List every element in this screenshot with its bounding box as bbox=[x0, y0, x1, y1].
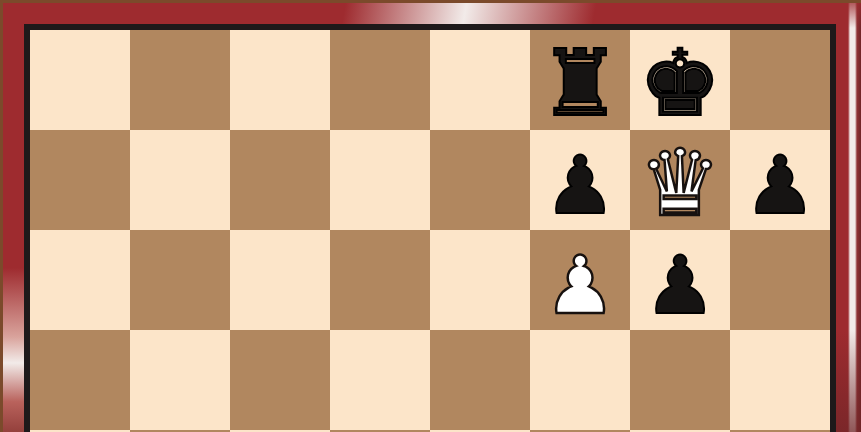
square-a6[interactable] bbox=[30, 230, 130, 330]
square-b6[interactable] bbox=[130, 230, 230, 330]
frame-outer-edge-top bbox=[0, 0, 861, 3]
square-f8[interactable]: ♜ bbox=[530, 30, 630, 130]
square-f5[interactable] bbox=[530, 330, 630, 430]
black-pawn-g6[interactable]: ♟ bbox=[644, 246, 716, 326]
black-pawn-f7[interactable]: ♟ bbox=[544, 146, 616, 226]
square-a7[interactable] bbox=[30, 130, 130, 230]
frame-outer-edge-left bbox=[0, 0, 3, 432]
square-g8[interactable]: ♚ bbox=[630, 30, 730, 130]
square-f7[interactable]: ♟ bbox=[530, 130, 630, 230]
square-f6[interactable]: ♟ bbox=[530, 230, 630, 330]
square-d6[interactable] bbox=[330, 230, 430, 330]
square-g7[interactable]: ♛ bbox=[630, 130, 730, 230]
chess-diagram: ♜♚♟♛♟♟♟ bbox=[0, 0, 861, 432]
square-c5[interactable] bbox=[230, 330, 330, 430]
square-e8[interactable] bbox=[430, 30, 530, 130]
black-pawn-h7[interactable]: ♟ bbox=[744, 146, 816, 226]
square-a8[interactable] bbox=[30, 30, 130, 130]
square-d7[interactable] bbox=[330, 130, 430, 230]
black-king-g8[interactable]: ♚ bbox=[639, 38, 721, 130]
square-e7[interactable] bbox=[430, 130, 530, 230]
frame-top-gloss bbox=[0, 0, 861, 24]
square-c7[interactable] bbox=[230, 130, 330, 230]
square-a5[interactable] bbox=[30, 330, 130, 430]
square-c6[interactable] bbox=[230, 230, 330, 330]
frame-right-gloss bbox=[836, 0, 861, 432]
black-rook-f8[interactable]: ♜ bbox=[539, 38, 621, 130]
square-h5[interactable] bbox=[730, 330, 830, 430]
square-h6[interactable] bbox=[730, 230, 830, 330]
square-b7[interactable] bbox=[130, 130, 230, 230]
square-b5[interactable] bbox=[130, 330, 230, 430]
square-d8[interactable] bbox=[330, 30, 430, 130]
square-h7[interactable]: ♟ bbox=[730, 130, 830, 230]
square-g6[interactable]: ♟ bbox=[630, 230, 730, 330]
frame-left-gloss bbox=[0, 0, 24, 432]
white-queen-g7[interactable]: ♛ bbox=[639, 138, 721, 230]
square-g5[interactable] bbox=[630, 330, 730, 430]
square-b8[interactable] bbox=[130, 30, 230, 130]
square-h8[interactable] bbox=[730, 30, 830, 130]
square-d5[interactable] bbox=[330, 330, 430, 430]
chess-board[interactable]: ♜♚♟♛♟♟♟ bbox=[30, 30, 830, 432]
square-e6[interactable] bbox=[430, 230, 530, 330]
square-e5[interactable] bbox=[430, 330, 530, 430]
white-pawn-f6[interactable]: ♟ bbox=[544, 246, 616, 326]
square-c8[interactable] bbox=[230, 30, 330, 130]
